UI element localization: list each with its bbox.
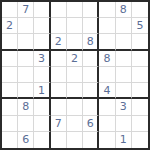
cell-r8c2[interactable]	[18, 116, 34, 132]
cell-r7c5[interactable]	[67, 99, 83, 115]
cell-r8c3[interactable]	[34, 116, 50, 132]
cell-r9c6[interactable]	[83, 132, 99, 148]
cell-r6c2[interactable]	[18, 83, 34, 99]
cell-r9c7[interactable]	[99, 132, 115, 148]
given-digit: 5	[136, 20, 143, 31]
cell-r2c8[interactable]	[116, 18, 132, 34]
cell-r5c1[interactable]	[2, 67, 18, 83]
cell-r3c9[interactable]	[132, 34, 148, 50]
cell-r1c6[interactable]	[83, 2, 99, 18]
given-digit: 1	[120, 134, 127, 145]
cell-r5c9[interactable]	[132, 67, 148, 83]
cell-r3c1[interactable]	[2, 34, 18, 50]
given-digit: 2	[6, 20, 13, 31]
cell-r2c1[interactable]: 2	[2, 18, 18, 34]
cell-r3c6[interactable]: 8	[83, 34, 99, 50]
cell-r7c9[interactable]	[132, 99, 148, 115]
given-digit: 4	[103, 85, 110, 96]
given-digit: 1	[38, 85, 45, 96]
given-digit: 2	[71, 53, 78, 64]
cell-r8c9[interactable]	[132, 116, 148, 132]
cell-r2c3[interactable]	[34, 18, 50, 34]
given-digit: 6	[22, 134, 29, 145]
cell-r7c1[interactable]	[2, 99, 18, 115]
cell-r1c8[interactable]: 8	[116, 2, 132, 18]
given-digit: 3	[38, 53, 45, 64]
cell-r5c3[interactable]	[34, 67, 50, 83]
cell-r6c6[interactable]	[83, 83, 99, 99]
cell-r4c4[interactable]	[51, 51, 67, 67]
cell-r5c6[interactable]	[83, 67, 99, 83]
cell-r4c1[interactable]	[2, 51, 18, 67]
cell-r5c8[interactable]	[116, 67, 132, 83]
cell-r8c7[interactable]	[99, 116, 115, 132]
given-digit: 2	[55, 36, 62, 47]
given-digit: 3	[120, 101, 127, 112]
cell-r3c5[interactable]	[67, 34, 83, 50]
cell-r1c9[interactable]	[132, 2, 148, 18]
cell-r6c9[interactable]	[132, 83, 148, 99]
given-digit: 7	[22, 4, 29, 15]
cell-r4c9[interactable]	[132, 51, 148, 67]
cell-r9c8[interactable]: 1	[116, 132, 132, 148]
cell-r1c4[interactable]	[51, 2, 67, 18]
cell-r8c8[interactable]	[116, 116, 132, 132]
given-digit: 8	[22, 101, 29, 112]
cell-r4c8[interactable]	[116, 51, 132, 67]
cell-r5c5[interactable]	[67, 67, 83, 83]
cell-r9c4[interactable]	[51, 132, 67, 148]
cell-r4c2[interactable]	[18, 51, 34, 67]
cell-r3c3[interactable]	[34, 34, 50, 50]
cell-r6c7[interactable]: 4	[99, 83, 115, 99]
cell-r9c5[interactable]	[67, 132, 83, 148]
given-digit: 8	[103, 53, 110, 64]
cell-r7c4[interactable]	[51, 99, 67, 115]
cell-r7c8[interactable]: 3	[116, 99, 132, 115]
cell-r4c6[interactable]	[83, 51, 99, 67]
cell-r6c8[interactable]	[116, 83, 132, 99]
cell-r8c5[interactable]	[67, 116, 83, 132]
cell-r5c2[interactable]	[18, 67, 34, 83]
given-digit: 7	[55, 118, 62, 129]
cell-r6c3[interactable]: 1	[34, 83, 50, 99]
cell-r1c3[interactable]	[34, 2, 50, 18]
cell-r1c5[interactable]	[67, 2, 83, 18]
cell-r2c7[interactable]	[99, 18, 115, 34]
cell-r8c4[interactable]: 7	[51, 116, 67, 132]
cell-r1c1[interactable]	[2, 2, 18, 18]
cell-r2c2[interactable]	[18, 18, 34, 34]
given-digit: 6	[87, 118, 94, 129]
cell-r9c2[interactable]: 6	[18, 132, 34, 148]
cell-r3c4[interactable]: 2	[51, 34, 67, 50]
cell-r4c7[interactable]: 8	[99, 51, 115, 67]
cell-r6c1[interactable]	[2, 83, 18, 99]
cell-r3c7[interactable]	[99, 34, 115, 50]
cell-r9c9[interactable]	[132, 132, 148, 148]
given-digit: 8	[120, 4, 127, 15]
cell-r1c2[interactable]: 7	[18, 2, 34, 18]
given-digit: 8	[87, 36, 94, 47]
cell-r7c2[interactable]: 8	[18, 99, 34, 115]
cell-r8c6[interactable]: 6	[83, 116, 99, 132]
cell-r2c5[interactable]	[67, 18, 83, 34]
cell-r4c3[interactable]: 3	[34, 51, 50, 67]
cell-r4c5[interactable]: 2	[67, 51, 83, 67]
cell-r8c1[interactable]	[2, 116, 18, 132]
cell-r5c7[interactable]	[99, 67, 115, 83]
cell-r5c4[interactable]	[51, 67, 67, 83]
cell-r6c4[interactable]	[51, 83, 67, 99]
cell-r2c4[interactable]	[51, 18, 67, 34]
cell-r6c5[interactable]	[67, 83, 83, 99]
cell-r7c3[interactable]	[34, 99, 50, 115]
cell-r2c9[interactable]: 5	[132, 18, 148, 34]
cell-r9c1[interactable]	[2, 132, 18, 148]
cell-r3c8[interactable]	[116, 34, 132, 50]
cell-r2c6[interactable]	[83, 18, 99, 34]
cell-r1c7[interactable]	[99, 2, 115, 18]
cell-r9c3[interactable]	[34, 132, 50, 148]
cell-r7c6[interactable]	[83, 99, 99, 115]
cell-r7c7[interactable]	[99, 99, 115, 115]
cell-r3c2[interactable]	[18, 34, 34, 50]
sudoku-board: 78252832814837661	[0, 0, 150, 150]
